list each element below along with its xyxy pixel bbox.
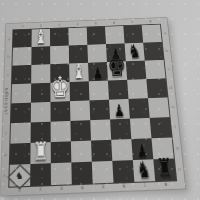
white-king-d3: ♚ [50,73,69,103]
black-rook-h8: ♜ [155,156,173,182]
black-pawn-c5: ♟ [93,66,104,82]
coord-label: f [174,125,176,129]
coord-label: a [8,37,10,40]
coord-label: e [6,111,9,115]
black-knight-b7: ♞ [128,43,142,62]
coordinate-labels: 11aa22bb33cc44dd55ee66ff77gg88hh [6,18,166,24]
coord-label: 3 [60,186,63,191]
coord-label: 4 [81,186,84,191]
coord-label: 7 [143,183,146,188]
coord-label: h [4,174,7,178]
coord-label: 8 [164,182,167,187]
coord-label: 3 [58,24,60,27]
coord-label: e [172,105,175,109]
coord-label: 2 [39,187,42,192]
coord-label: 1 [18,188,21,193]
coord-label: 5 [102,185,105,190]
coord-label: 7 [131,21,134,24]
coord-label: f [5,132,7,136]
coord-label: 4 [76,23,78,26]
white-bishop-a2: ♝ [34,28,47,48]
coord-label: c [168,67,170,71]
coord-label: h [178,167,181,171]
coord-label: 8 [149,20,152,23]
coord-label: g [176,146,179,150]
coord-label: a [164,31,167,34]
coord-label: 6 [113,21,116,24]
black-knight-h7: ♞ [136,159,152,182]
chessboard-photo: VECHESS ♝♟♞♝♟♚♚♟♜♟♞♜♞ 11aa22bb33cc44dd55… [0,0,200,200]
coord-label: g [4,152,7,156]
black-king-c6: ♚ [107,53,127,82]
white-bishop-c4: ♝ [72,61,86,82]
black-pawn-e6: ♟ [114,103,126,120]
coord-label: b [166,49,169,53]
coord-label: d [6,92,9,96]
pieces-layer: ♝♟♞♝♟♚♚♟♜♟♞♜♞ [9,25,176,187]
coord-label: 6 [123,184,126,189]
coord-label: 5 [94,22,96,25]
chess-board: VECHESS ♝♟♞♝♟♚♚♟♜♟♞♜♞ 11aa22bb33cc44dd55… [1,18,186,196]
coord-label: d [169,86,172,90]
coord-label: b [7,55,9,59]
corner-knight-emblem-icon: ♞ [7,164,32,189]
white-rook-g2: ♜ [33,139,49,164]
coord-label: 1 [21,25,23,28]
coord-label: c [7,73,9,77]
